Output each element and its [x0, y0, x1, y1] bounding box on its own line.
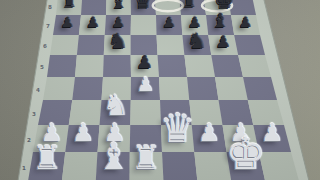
piece-black-bishop-g7[interactable]: ♝ — [211, 11, 228, 31]
piece-black-pawn-d5[interactable]: ♟ — [137, 53, 153, 71]
square-a6[interactable] — [50, 35, 79, 55]
piece-black-queen-d8[interactable]: ♛ — [134, 0, 153, 11]
piece-white-king-g1[interactable]: ♚ — [225, 132, 265, 177]
rank-label-8: 8 — [48, 3, 52, 9]
piece-white-bishop-c1[interactable]: ♝ — [97, 138, 130, 175]
piece-black-pawn-g6[interactable]: ♟ — [216, 34, 230, 50]
square-d7[interactable] — [131, 15, 157, 35]
square-c5[interactable] — [103, 55, 131, 77]
rank-label-6: 6 — [43, 43, 47, 49]
piece-white-rook-a1[interactable]: ♜ — [32, 142, 61, 175]
piece-white-pawn-f2[interactable]: ♟ — [198, 120, 220, 145]
square-f5[interactable] — [184, 55, 215, 77]
piece-white-knight-c3[interactable]: ♞ — [102, 91, 128, 120]
piece-white-rook-d1[interactable]: ♜ — [132, 142, 161, 175]
piece-black-bishop-c8[interactable]: ♝ — [111, 0, 127, 11]
rank-label-4: 4 — [36, 86, 40, 92]
piece-black-pawn-a7[interactable]: ♟ — [61, 15, 74, 29]
square-h4[interactable] — [243, 77, 277, 100]
square-b6[interactable] — [77, 35, 105, 55]
square-b1[interactable] — [62, 152, 98, 180]
piece-black-pawn-b7[interactable]: ♟ — [86, 15, 99, 29]
square-h6[interactable] — [234, 35, 265, 55]
rank-label-3: 3 — [32, 110, 36, 116]
rank-label-7: 7 — [46, 23, 50, 29]
piece-white-pawn-b2[interactable]: ♟ — [72, 120, 94, 145]
piece-white-queen-e2[interactable]: ♛ — [159, 108, 195, 148]
piece-black-knight-f6[interactable]: ♞ — [187, 30, 206, 51]
piece-black-pawn-h7[interactable]: ♟ — [239, 15, 252, 29]
piece-black-pawn-e7[interactable]: ♟ — [163, 15, 176, 29]
chess-3d-scene: ♜♝♛♜♚♟♟♟♟♟♝♟♞♞♟♟♟♞♟♟♟♛♟♟♟♜♝♜♚ 87654321 — [0, 0, 320, 180]
square-e6[interactable] — [157, 35, 185, 55]
square-a4[interactable] — [43, 77, 75, 100]
rank-label-2: 2 — [27, 136, 31, 142]
square-f4[interactable] — [187, 77, 219, 100]
piece-white-pawn-d4[interactable]: ♟ — [136, 74, 154, 94]
square-b8[interactable] — [81, 0, 107, 15]
square-g4[interactable] — [215, 77, 248, 100]
rank-label-1: 1 — [22, 164, 26, 170]
square-e4[interactable] — [159, 77, 189, 100]
square-b5[interactable] — [75, 55, 104, 77]
piece-black-rook-a8[interactable]: ♜ — [62, 0, 76, 10]
square-e1[interactable] — [162, 152, 197, 180]
square-e5[interactable] — [158, 55, 188, 77]
square-a5[interactable] — [47, 55, 77, 77]
square-g5[interactable] — [211, 55, 243, 77]
square-d3[interactable] — [130, 100, 161, 125]
rank-label-5: 5 — [40, 64, 44, 70]
square-b4[interactable] — [72, 77, 103, 100]
piece-black-rook-f8[interactable]: ♜ — [183, 0, 197, 10]
piece-black-knight-c6[interactable]: ♞ — [108, 30, 127, 51]
